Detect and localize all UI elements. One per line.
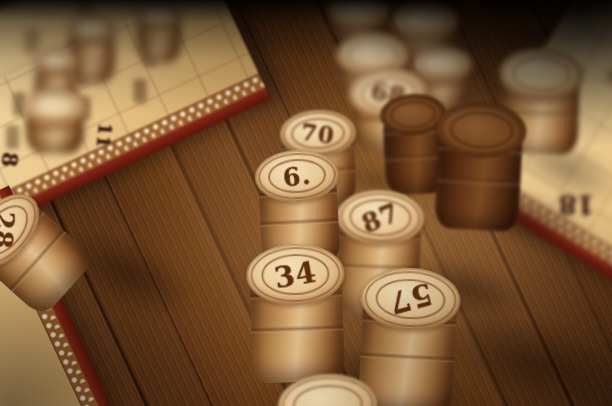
keg-top-face — [277, 372, 379, 406]
keg-top-face — [34, 48, 78, 75]
illegible-card-number — [6, 125, 19, 149]
keg-number: 6. — [252, 145, 342, 207]
keg-top-face — [24, 88, 86, 126]
keg-shadowed-2 — [431, 100, 528, 233]
keg-top-face: 34 — [245, 242, 345, 306]
lotto-photo: 118 18 68706.87283457 — [0, 0, 612, 406]
keg-blur-topleft-4 — [24, 88, 86, 154]
keg-blur-topleft-3 — [136, 0, 182, 64]
keg-bottom-edge — [277, 372, 379, 406]
keg-top-face — [68, 14, 116, 44]
keg-top-face: 6. — [254, 148, 341, 204]
card-number: 8 — [0, 151, 22, 168]
illegible-card-number — [605, 61, 612, 85]
keg-top-face — [136, 0, 182, 29]
keg-34: 34 — [245, 242, 348, 383]
illegible-card-number — [133, 79, 146, 103]
